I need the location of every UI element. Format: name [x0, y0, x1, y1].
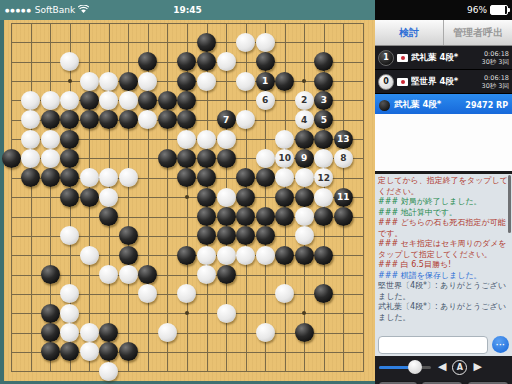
player-name: 堅世界 4段*	[411, 76, 482, 88]
white-stone[interactable]: 2	[295, 91, 314, 110]
white-stone[interactable]: 12	[314, 168, 333, 187]
white-stone[interactable]	[80, 168, 99, 187]
chat-message: 定してから、指定終了をタップしてください。	[378, 176, 509, 197]
white-stone[interactable]	[177, 130, 196, 149]
white-stone[interactable]	[80, 323, 99, 342]
white-stone[interactable]	[60, 52, 79, 71]
black-stone[interactable]: 9	[295, 149, 314, 168]
white-stone[interactable]	[60, 284, 79, 303]
black-stone[interactable]	[138, 91, 157, 110]
black-stone[interactable]	[197, 33, 216, 52]
black-stone[interactable]	[275, 207, 294, 226]
white-stone[interactable]	[177, 284, 196, 303]
white-stone[interactable]: 4	[295, 110, 314, 129]
tab-review[interactable]: 検討	[375, 20, 443, 45]
next-move-button[interactable]: ▶	[473, 356, 481, 378]
white-stone[interactable]	[80, 72, 99, 91]
black-stone[interactable]	[138, 265, 157, 284]
white-stone[interactable]	[236, 72, 255, 91]
chat-message: ### どちらの石も死石指定が可能です。	[378, 218, 509, 239]
black-stone-badge: 1	[378, 50, 394, 66]
black-stone[interactable]	[236, 226, 255, 245]
hoshi-point	[185, 195, 189, 199]
black-stone[interactable]: 5	[314, 110, 333, 129]
slider-fill	[379, 366, 410, 369]
auto-play-button[interactable]: A	[452, 360, 467, 375]
go-review-app: ●●●●● SoftBank 19:45 96% 162374513109812…	[0, 0, 512, 384]
black-stone[interactable]: 1	[256, 72, 275, 91]
white-stone[interactable]	[41, 149, 60, 168]
black-stone[interactable]	[41, 323, 60, 342]
selected-player-name: 武礼葉 4段*	[394, 99, 465, 111]
black-stone[interactable]	[236, 207, 255, 226]
slider-knob[interactable]	[408, 360, 422, 374]
player-list: 1 武礼葉 4段* 0:06:1830秒 3回 0 堅世界 4段* 0:06:1…	[375, 46, 512, 116]
hoshi-point	[302, 311, 306, 315]
black-stone[interactable]	[177, 72, 196, 91]
white-stone[interactable]	[99, 91, 118, 110]
white-stone[interactable]	[314, 149, 333, 168]
white-stone[interactable]	[197, 265, 216, 284]
black-stone-icon	[379, 100, 390, 111]
white-stone[interactable]	[314, 188, 333, 207]
chat-message: 武礼葉〔4段*〕: ありがとうございました。	[378, 302, 509, 323]
black-stone[interactable]	[119, 246, 138, 265]
black-stone[interactable]	[60, 168, 79, 187]
black-stone[interactable]	[314, 207, 333, 226]
black-stone[interactable]	[295, 246, 314, 265]
player-row-white[interactable]: 0 堅世界 4段* 0:06:1830秒 3回	[375, 70, 512, 94]
black-stone[interactable]	[41, 110, 60, 129]
black-stone[interactable]	[80, 188, 99, 207]
status-clock: 19:45	[0, 0, 375, 20]
black-stone[interactable]	[60, 110, 79, 129]
black-stone[interactable]	[177, 91, 196, 110]
white-stone[interactable]	[119, 168, 138, 187]
white-stone[interactable]	[99, 362, 118, 381]
white-stone[interactable]	[99, 72, 118, 91]
white-stone[interactable]	[99, 188, 118, 207]
chat-message: ### 棋譜を保存しました。	[378, 271, 509, 282]
chat-log[interactable]: 定してから、指定終了をタップしてください。### 対局が終了しました。### 地…	[375, 172, 512, 333]
black-stone[interactable]	[119, 72, 138, 91]
replay-controls: ◀ A ▶	[375, 356, 512, 378]
black-stone[interactable]	[177, 110, 196, 129]
japan-flag-icon	[397, 78, 408, 86]
black-stone[interactable]	[60, 188, 79, 207]
white-stone[interactable]	[197, 246, 216, 265]
white-stone[interactable]	[119, 265, 138, 284]
white-stone[interactable]	[21, 130, 40, 149]
chat-message: ### 対局が終了しました。	[378, 197, 509, 208]
black-stone[interactable]	[217, 226, 236, 245]
white-stone[interactable]	[275, 130, 294, 149]
black-stone[interactable]	[158, 91, 177, 110]
black-stone[interactable]	[99, 323, 118, 342]
player-clock: 0:06:1830秒 3回	[482, 50, 509, 66]
black-stone[interactable]	[275, 72, 294, 91]
black-stone[interactable]	[314, 72, 333, 91]
chat-input[interactable]	[378, 336, 488, 354]
black-stone[interactable]	[99, 207, 118, 226]
grid-line	[363, 23, 364, 372]
empty-list-area	[375, 114, 512, 171]
black-stone[interactable]	[41, 168, 60, 187]
go-board[interactable]: 16237451310981211	[4, 20, 375, 381]
black-stone[interactable]	[60, 130, 79, 149]
white-stone[interactable]	[236, 110, 255, 129]
black-stone[interactable]	[197, 188, 216, 207]
white-stone[interactable]	[21, 91, 40, 110]
black-stone[interactable]	[138, 52, 157, 71]
white-stone[interactable]	[217, 188, 236, 207]
black-stone[interactable]	[256, 168, 275, 187]
white-stone[interactable]	[138, 110, 157, 129]
black-stone[interactable]	[41, 304, 60, 323]
black-stone[interactable]	[236, 188, 255, 207]
white-stone[interactable]	[41, 130, 60, 149]
white-stone[interactable]	[158, 323, 177, 342]
black-stone[interactable]	[80, 110, 99, 129]
black-stone[interactable]	[334, 207, 353, 226]
japan-flag-icon	[397, 54, 408, 62]
black-stone[interactable]	[197, 207, 216, 226]
white-stone[interactable]	[217, 130, 236, 149]
black-stone[interactable]	[295, 188, 314, 207]
white-stone[interactable]	[99, 265, 118, 284]
white-stone[interactable]	[60, 91, 79, 110]
black-stone[interactable]	[314, 130, 333, 149]
tab-bar: 検討 管理者呼出	[375, 20, 512, 46]
black-stone[interactable]	[41, 342, 60, 361]
white-stone[interactable]: 6	[256, 91, 275, 110]
white-stone[interactable]	[256, 33, 275, 52]
white-stone[interactable]	[275, 168, 294, 187]
white-stone[interactable]	[99, 168, 118, 187]
status-bar: ●●●●● SoftBank 19:45 96%	[0, 0, 512, 20]
black-stone[interactable]	[256, 207, 275, 226]
white-stone[interactable]	[236, 246, 255, 265]
black-stone[interactable]	[119, 342, 138, 361]
white-stone[interactable]: 8	[334, 149, 353, 168]
chat-scrollbar[interactable]	[508, 175, 511, 233]
side-panel: 検討 管理者呼出 1 武礼葉 4段* 0:06:1830秒 3回 0 堅世界 4…	[375, 20, 512, 384]
player-row-black[interactable]: 1 武礼葉 4段* 0:06:1830秒 3回	[375, 46, 512, 70]
battery-icon	[490, 5, 508, 15]
black-stone[interactable]	[256, 52, 275, 71]
white-stone[interactable]	[217, 304, 236, 323]
hoshi-point	[185, 311, 189, 315]
black-stone[interactable]	[197, 226, 216, 245]
black-stone[interactable]	[21, 168, 40, 187]
move-slider[interactable]	[379, 366, 431, 369]
black-stone[interactable]	[119, 226, 138, 245]
chat-message: ### 白 6.5目勝ち!	[378, 260, 509, 271]
white-stone[interactable]	[256, 246, 275, 265]
white-stone[interactable]	[138, 284, 157, 303]
black-stone[interactable]	[295, 130, 314, 149]
black-stone[interactable]	[256, 226, 275, 245]
white-stone[interactable]	[197, 72, 216, 91]
white-stone-badge: 0	[378, 74, 394, 90]
white-stone[interactable]	[217, 246, 236, 265]
black-stone[interactable]	[99, 342, 118, 361]
black-stone[interactable]	[158, 149, 177, 168]
white-stone[interactable]	[295, 168, 314, 187]
chat-message: ### 地計算中です。	[378, 208, 509, 219]
white-stone[interactable]	[138, 72, 157, 91]
black-stone[interactable]	[275, 246, 294, 265]
black-stone[interactable]	[295, 323, 314, 342]
player-clock: 0:06:1830秒 3回	[482, 74, 509, 90]
black-stone[interactable]	[99, 110, 118, 129]
black-stone[interactable]	[2, 149, 21, 168]
black-stone[interactable]	[177, 52, 196, 71]
black-stone[interactable]	[236, 168, 255, 187]
white-stone[interactable]: 10	[275, 149, 294, 168]
black-stone[interactable]: 7	[217, 110, 236, 129]
rating-points: 29472 RP	[465, 101, 508, 110]
chat-message: ### セキ指定はセキ周りのダメをタップして指定してください。	[378, 239, 509, 260]
chat-input-row: ···	[375, 333, 512, 356]
white-stone[interactable]	[21, 110, 40, 129]
black-stone[interactable]	[314, 284, 333, 303]
white-stone[interactable]	[80, 246, 99, 265]
black-stone[interactable]	[217, 265, 236, 284]
white-stone[interactable]	[21, 149, 40, 168]
black-stone[interactable]	[80, 91, 99, 110]
hoshi-point	[68, 79, 72, 83]
black-stone[interactable]	[41, 265, 60, 284]
hoshi-point	[302, 79, 306, 83]
grid-line	[11, 371, 364, 372]
black-stone[interactable]	[217, 149, 236, 168]
white-stone[interactable]	[256, 323, 275, 342]
white-stone[interactable]	[119, 91, 138, 110]
black-stone[interactable]	[314, 52, 333, 71]
chat-send-button[interactable]: ···	[492, 336, 509, 353]
black-stone[interactable]: 11	[334, 188, 353, 207]
black-stone[interactable]	[119, 110, 138, 129]
white-stone[interactable]	[295, 207, 314, 226]
chat-message: 堅世界〔4段*〕: ありがとうございました。	[378, 281, 509, 302]
black-stone[interactable]	[197, 168, 216, 187]
battery-percent: 96%	[467, 0, 487, 20]
prev-move-button[interactable]: ◀	[438, 356, 446, 378]
black-stone[interactable]	[217, 207, 236, 226]
black-stone[interactable]: 3	[314, 91, 333, 110]
white-stone[interactable]	[236, 33, 255, 52]
black-stone[interactable]	[197, 52, 216, 71]
white-stone[interactable]	[60, 226, 79, 245]
white-stone[interactable]	[217, 52, 236, 71]
black-stone[interactable]: 13	[334, 130, 353, 149]
white-stone[interactable]	[41, 91, 60, 110]
white-stone[interactable]	[256, 149, 275, 168]
white-stone[interactable]	[295, 226, 314, 245]
tab-admin-call[interactable]: 管理者呼出	[443, 20, 512, 45]
player-name: 武礼葉 4段*	[411, 52, 482, 64]
selected-player-row[interactable]: 武礼葉 4段* 29472 RP	[375, 94, 512, 116]
grid-line	[11, 275, 364, 276]
action-buttons: 再 検 討 形勢分析 検討終了	[375, 378, 512, 384]
white-stone[interactable]	[275, 284, 294, 303]
black-stone[interactable]	[177, 168, 196, 187]
status-bar-left: ●●●●● SoftBank 19:45	[0, 0, 375, 20]
status-bar-right: 96%	[375, 0, 512, 20]
black-stone[interactable]	[158, 110, 177, 129]
black-stone[interactable]	[60, 149, 79, 168]
black-stone[interactable]	[314, 246, 333, 265]
black-stone[interactable]	[177, 149, 196, 168]
black-stone[interactable]	[275, 188, 294, 207]
white-stone[interactable]	[60, 304, 79, 323]
board-frame: 16237451310981211	[0, 20, 375, 384]
white-stone[interactable]	[197, 130, 216, 149]
white-stone[interactable]	[80, 342, 99, 361]
white-stone[interactable]	[60, 323, 79, 342]
black-stone[interactable]	[197, 149, 216, 168]
black-stone[interactable]	[177, 246, 196, 265]
black-stone[interactable]	[60, 342, 79, 361]
